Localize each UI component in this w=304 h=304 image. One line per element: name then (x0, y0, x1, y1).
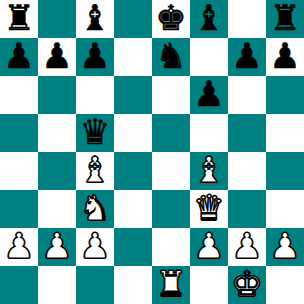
square-d1[interactable] (114, 266, 152, 304)
square-f5[interactable] (190, 114, 228, 152)
black-rook: ♜ (3, 1, 34, 36)
square-f1[interactable] (190, 266, 228, 304)
square-c3[interactable]: ♞ (76, 190, 114, 228)
square-c5[interactable]: ♛ (76, 114, 114, 152)
square-f8[interactable]: ♝ (190, 0, 228, 38)
black-pawn: ♟ (79, 39, 110, 74)
square-d6[interactable] (114, 76, 152, 114)
white-king: ♚ (231, 267, 262, 302)
square-g7[interactable]: ♟ (228, 38, 266, 76)
square-e7[interactable]: ♞ (152, 38, 190, 76)
square-d4[interactable] (114, 152, 152, 190)
square-f6[interactable]: ♟ (190, 76, 228, 114)
black-pawn: ♟ (269, 39, 300, 74)
square-a8[interactable]: ♜ (0, 0, 38, 38)
black-pawn: ♟ (231, 39, 262, 74)
square-h1[interactable] (266, 266, 304, 304)
black-pawn: ♟ (41, 39, 72, 74)
black-rook: ♜ (269, 1, 300, 36)
square-g8[interactable] (228, 0, 266, 38)
square-e8[interactable]: ♚ (152, 0, 190, 38)
square-g2[interactable]: ♟ (228, 228, 266, 266)
square-g3[interactable] (228, 190, 266, 228)
white-rook: ♜ (155, 267, 186, 302)
square-h4[interactable] (266, 152, 304, 190)
black-bishop: ♝ (79, 1, 110, 36)
square-g4[interactable] (228, 152, 266, 190)
chess-board: ♜♝♚♝♜♟♟♟♞♟♟♟♛♝♝♞♛♟♟♟♟♟♟♜♚ (0, 0, 304, 304)
square-f2[interactable]: ♟ (190, 228, 228, 266)
square-f4[interactable]: ♝ (190, 152, 228, 190)
square-c2[interactable]: ♟ (76, 228, 114, 266)
square-d2[interactable] (114, 228, 152, 266)
square-a3[interactable] (0, 190, 38, 228)
black-knight: ♞ (155, 39, 186, 74)
square-a1[interactable] (0, 266, 38, 304)
black-pawn: ♟ (193, 77, 224, 112)
square-e2[interactable] (152, 228, 190, 266)
square-e6[interactable] (152, 76, 190, 114)
square-h6[interactable] (266, 76, 304, 114)
square-g6[interactable] (228, 76, 266, 114)
square-e4[interactable] (152, 152, 190, 190)
square-a2[interactable]: ♟ (0, 228, 38, 266)
square-c8[interactable]: ♝ (76, 0, 114, 38)
square-g1[interactable]: ♚ (228, 266, 266, 304)
square-h8[interactable]: ♜ (266, 0, 304, 38)
square-b6[interactable] (38, 76, 76, 114)
black-bishop: ♝ (193, 1, 224, 36)
black-pawn: ♟ (3, 39, 34, 74)
square-d8[interactable] (114, 0, 152, 38)
square-c1[interactable] (76, 266, 114, 304)
square-b2[interactable]: ♟ (38, 228, 76, 266)
square-a5[interactable] (0, 114, 38, 152)
square-h3[interactable] (266, 190, 304, 228)
square-a4[interactable] (0, 152, 38, 190)
square-b4[interactable] (38, 152, 76, 190)
white-knight: ♞ (79, 191, 110, 226)
square-e3[interactable] (152, 190, 190, 228)
white-pawn: ♟ (41, 229, 72, 264)
black-king: ♚ (155, 1, 186, 36)
square-c7[interactable]: ♟ (76, 38, 114, 76)
white-queen: ♛ (193, 191, 224, 226)
black-queen: ♛ (79, 115, 110, 150)
square-b5[interactable] (38, 114, 76, 152)
square-h7[interactable]: ♟ (266, 38, 304, 76)
white-pawn: ♟ (3, 229, 34, 264)
square-b8[interactable] (38, 0, 76, 38)
white-pawn: ♟ (269, 229, 300, 264)
square-d3[interactable] (114, 190, 152, 228)
square-c6[interactable] (76, 76, 114, 114)
white-pawn: ♟ (193, 229, 224, 264)
square-b3[interactable] (38, 190, 76, 228)
white-bishop: ♝ (193, 153, 224, 188)
square-f7[interactable] (190, 38, 228, 76)
square-a6[interactable] (0, 76, 38, 114)
square-e1[interactable]: ♜ (152, 266, 190, 304)
square-h5[interactable] (266, 114, 304, 152)
white-bishop: ♝ (79, 153, 110, 188)
square-b7[interactable]: ♟ (38, 38, 76, 76)
square-g5[interactable] (228, 114, 266, 152)
square-c4[interactable]: ♝ (76, 152, 114, 190)
square-e5[interactable] (152, 114, 190, 152)
square-d5[interactable] (114, 114, 152, 152)
square-a7[interactable]: ♟ (0, 38, 38, 76)
square-h2[interactable]: ♟ (266, 228, 304, 266)
white-pawn: ♟ (231, 229, 262, 264)
square-b1[interactable] (38, 266, 76, 304)
square-f3[interactable]: ♛ (190, 190, 228, 228)
white-pawn: ♟ (79, 229, 110, 264)
square-d7[interactable] (114, 38, 152, 76)
